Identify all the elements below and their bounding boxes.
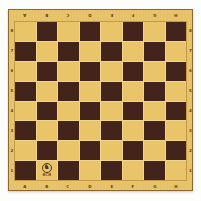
square-e7[interactable] — [101, 42, 122, 61]
file-label-bottom-d: D — [84, 184, 95, 190]
square-c2[interactable] — [58, 141, 79, 160]
square-g8[interactable] — [144, 22, 165, 41]
file-label-top-c: C — [63, 13, 74, 19]
rank-label-right-8: 8 — [189, 26, 193, 36]
square-d1[interactable] — [80, 161, 101, 180]
rank-label-left-6: 6 — [10, 66, 13, 76]
square-d7[interactable] — [80, 42, 101, 61]
square-h4[interactable] — [166, 102, 187, 121]
square-d5[interactable] — [80, 82, 101, 101]
file-label-top-f: F — [128, 13, 139, 19]
rank-label-right-4: 4 — [189, 106, 193, 116]
file-label-top-a: A — [19, 13, 30, 19]
square-h7[interactable] — [166, 42, 187, 61]
square-d2[interactable] — [80, 141, 101, 160]
file-label-bottom-b: B — [41, 184, 52, 190]
square-a7[interactable] — [15, 42, 36, 61]
square-f5[interactable] — [123, 82, 144, 101]
square-a2[interactable] — [15, 141, 36, 160]
maker-logo-text: ВСИ — [43, 173, 51, 176]
square-g1[interactable] — [144, 161, 165, 180]
file-label-top-b: B — [41, 13, 52, 19]
square-g5[interactable] — [144, 82, 165, 101]
square-a1[interactable] — [15, 161, 36, 180]
file-labels-top: ABCDEFGH — [14, 10, 187, 21]
square-a6[interactable] — [15, 62, 36, 81]
rank-label-left-8: 8 — [10, 26, 13, 36]
square-e6[interactable] — [101, 62, 122, 81]
square-h5[interactable] — [166, 82, 187, 101]
square-g6[interactable] — [144, 62, 165, 81]
rank-label-left-4: 4 — [10, 106, 13, 116]
square-e1[interactable] — [101, 161, 122, 180]
square-h6[interactable] — [166, 62, 187, 81]
square-a8[interactable] — [15, 22, 36, 41]
file-label-top-e: E — [106, 13, 117, 19]
file-label-top-g: G — [149, 13, 160, 19]
file-label-bottom-g: G — [149, 184, 160, 190]
rank-label-right-2: 2 — [189, 146, 193, 156]
file-label-top-h: H — [171, 13, 182, 19]
square-d3[interactable] — [80, 121, 101, 140]
rank-labels-right: 87654321 — [187, 21, 194, 181]
square-c8[interactable] — [58, 22, 79, 41]
square-h1[interactable] — [166, 161, 187, 180]
square-e8[interactable] — [101, 22, 122, 41]
square-f7[interactable] — [123, 42, 144, 61]
photo-background: ABCDEFGH ABCDEFGH 87654321 87654321 ♞ВСИ — [0, 0, 201, 201]
square-g2[interactable] — [144, 141, 165, 160]
square-b3[interactable] — [37, 121, 58, 140]
square-e2[interactable] — [101, 141, 122, 160]
file-label-bottom-c: C — [63, 184, 74, 190]
square-a5[interactable] — [15, 82, 36, 101]
file-label-bottom-h: H — [171, 184, 182, 190]
rank-label-left-1: 1 — [10, 166, 13, 176]
rank-label-left-3: 3 — [10, 126, 13, 136]
rank-label-right-6: 6 — [189, 66, 193, 76]
square-c1[interactable] — [58, 161, 79, 180]
file-label-top-d: D — [84, 13, 95, 19]
square-e4[interactable] — [101, 102, 122, 121]
square-b5[interactable] — [37, 82, 58, 101]
square-g3[interactable] — [144, 121, 165, 140]
square-c3[interactable] — [58, 121, 79, 140]
square-f1[interactable] — [123, 161, 144, 180]
square-g7[interactable] — [144, 42, 165, 61]
square-g4[interactable] — [144, 102, 165, 121]
maker-logo: ♞ВСИ — [37, 161, 58, 180]
square-f6[interactable] — [123, 62, 144, 81]
rank-label-right-3: 3 — [189, 126, 193, 136]
knight-logo-icon: ♞ — [42, 163, 52, 173]
file-label-bottom-f: F — [128, 184, 139, 190]
square-e3[interactable] — [101, 121, 122, 140]
square-d4[interactable] — [80, 102, 101, 121]
square-f3[interactable] — [123, 121, 144, 140]
square-h2[interactable] — [166, 141, 187, 160]
square-d6[interactable] — [80, 62, 101, 81]
rank-label-right-1: 1 — [189, 166, 193, 176]
square-c7[interactable] — [58, 42, 79, 61]
square-c4[interactable] — [58, 102, 79, 121]
square-a4[interactable] — [15, 102, 36, 121]
square-d8[interactable] — [80, 22, 101, 41]
square-e5[interactable] — [101, 82, 122, 101]
square-a3[interactable] — [15, 121, 36, 140]
square-b4[interactable] — [37, 102, 58, 121]
square-c6[interactable] — [58, 62, 79, 81]
square-f8[interactable] — [123, 22, 144, 41]
square-f2[interactable] — [123, 141, 144, 160]
rank-label-left-7: 7 — [10, 46, 13, 56]
rank-label-right-5: 5 — [189, 86, 193, 96]
square-h8[interactable] — [166, 22, 187, 41]
rank-label-left-2: 2 — [10, 146, 13, 156]
square-b8[interactable] — [37, 22, 58, 41]
square-b6[interactable] — [37, 62, 58, 81]
square-f4[interactable] — [123, 102, 144, 121]
file-label-bottom-e: E — [106, 184, 117, 190]
square-b2[interactable] — [37, 141, 58, 160]
square-c5[interactable] — [58, 82, 79, 101]
square-b7[interactable] — [37, 42, 58, 61]
square-h3[interactable] — [166, 121, 187, 140]
file-label-bottom-a: A — [19, 184, 30, 190]
chessboard: ♞ВСИ — [14, 21, 187, 181]
file-labels-bottom: ABCDEFGH — [14, 181, 187, 192]
rank-label-left-5: 5 — [10, 86, 13, 96]
square-b1[interactable]: ♞ВСИ — [37, 161, 58, 180]
chessboard-mat: ABCDEFGH ABCDEFGH 87654321 87654321 ♞ВСИ — [8, 9, 193, 191]
rank-label-right-7: 7 — [189, 46, 193, 56]
